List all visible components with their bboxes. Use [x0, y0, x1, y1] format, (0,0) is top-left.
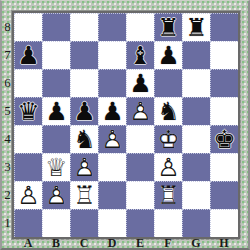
square-d8[interactable] [98, 13, 126, 41]
black-bishop-e7[interactable]: ♝ [127, 42, 154, 69]
square-b2[interactable]: ♟♙ [42, 181, 70, 209]
black-pawn-f7[interactable]: ♟ [155, 42, 182, 69]
square-c7[interactable] [70, 41, 98, 69]
file-label-h: H [210, 237, 238, 249]
square-g6[interactable] [182, 69, 210, 97]
square-d4[interactable]: ♟♙ [98, 125, 126, 153]
square-c4[interactable]: ♞ [70, 125, 98, 153]
square-c8[interactable] [70, 13, 98, 41]
file-label-g: G [182, 237, 210, 249]
square-b4[interactable] [42, 125, 70, 153]
square-h2[interactable] [210, 181, 238, 209]
white-pawn-a2[interactable]: ♟♙ [15, 182, 42, 209]
white-pawn-c3[interactable]: ♟♙ [71, 154, 98, 181]
white-pawn-e5[interactable]: ♟♙ [127, 98, 154, 125]
black-pawn-e6[interactable]: ♟ [127, 70, 154, 97]
square-e1[interactable] [126, 209, 154, 237]
square-a7[interactable]: ♟ [14, 41, 42, 69]
square-e4[interactable] [126, 125, 154, 153]
black-rook-g8[interactable]: ♜ [183, 14, 210, 41]
square-f7[interactable]: ♟ [154, 41, 182, 69]
square-b1[interactable] [42, 209, 70, 237]
square-e7[interactable]: ♝ [126, 41, 154, 69]
square-g8[interactable]: ♜ [182, 13, 210, 41]
file-label-f: F [154, 237, 182, 249]
square-h7[interactable] [210, 41, 238, 69]
chess-board: ♜♜♟♝♟♟♛♟♟♟♟♙♞♞♟♙♚♔♚♛♕♟♙♟♙♟♙♟♙♜♖♜♖ [12, 11, 240, 239]
white-king-f4[interactable]: ♚♔ [155, 126, 182, 153]
square-b8[interactable] [42, 13, 70, 41]
square-b3[interactable]: ♛♕ [42, 153, 70, 181]
black-rook-f8[interactable]: ♜ [155, 14, 182, 41]
square-f8[interactable]: ♜ [154, 13, 182, 41]
square-f2[interactable]: ♜♖ [154, 181, 182, 209]
square-g7[interactable] [182, 41, 210, 69]
square-g4[interactable] [182, 125, 210, 153]
square-f5[interactable]: ♞ [154, 97, 182, 125]
file-label-d: D [98, 237, 126, 249]
square-d3[interactable] [98, 153, 126, 181]
file-label-a: A [14, 237, 42, 249]
square-e8[interactable] [126, 13, 154, 41]
black-king-h4[interactable]: ♚ [211, 126, 238, 153]
square-d6[interactable] [98, 69, 126, 97]
square-h3[interactable] [210, 153, 238, 181]
square-d7[interactable] [98, 41, 126, 69]
black-pawn-a7[interactable]: ♟ [15, 42, 42, 69]
square-c6[interactable] [70, 69, 98, 97]
white-pawn-f3[interactable]: ♟♙ [155, 154, 182, 181]
square-f4[interactable]: ♚♔ [154, 125, 182, 153]
square-g5[interactable] [182, 97, 210, 125]
square-a8[interactable] [14, 13, 42, 41]
square-g1[interactable] [182, 209, 210, 237]
square-c1[interactable] [70, 209, 98, 237]
file-label-e: E [126, 237, 154, 249]
square-a6[interactable] [14, 69, 42, 97]
square-e2[interactable] [126, 181, 154, 209]
white-rook-f2[interactable]: ♜♖ [155, 182, 182, 209]
square-f3[interactable]: ♟♙ [154, 153, 182, 181]
square-h8[interactable] [210, 13, 238, 41]
black-knight-f5[interactable]: ♞ [155, 98, 182, 125]
white-queen-b3[interactable]: ♛♕ [43, 154, 70, 181]
black-pawn-b5[interactable]: ♟ [43, 98, 70, 125]
square-h1[interactable] [210, 209, 238, 237]
square-a1[interactable] [14, 209, 42, 237]
square-d5[interactable]: ♟ [98, 97, 126, 125]
square-d1[interactable] [98, 209, 126, 237]
square-g2[interactable] [182, 181, 210, 209]
file-label-b: B [42, 237, 70, 249]
white-rook-c2[interactable]: ♜♖ [71, 182, 98, 209]
square-a3[interactable] [14, 153, 42, 181]
black-pawn-c5[interactable]: ♟ [71, 98, 98, 125]
square-e6[interactable]: ♟ [126, 69, 154, 97]
square-f1[interactable] [154, 209, 182, 237]
chess-diagram: 87654321 ♜♜♟♝♟♟♛♟♟♟♟♙♞♞♟♙♚♔♚♛♕♟♙♟♙♟♙♟♙♜♖… [0, 0, 250, 250]
square-c5[interactable]: ♟ [70, 97, 98, 125]
square-g3[interactable] [182, 153, 210, 181]
square-h5[interactable] [210, 97, 238, 125]
square-b7[interactable] [42, 41, 70, 69]
black-queen-a5[interactable]: ♛ [15, 98, 42, 125]
file-label-c: C [70, 237, 98, 249]
square-a4[interactable] [14, 125, 42, 153]
square-f6[interactable] [154, 69, 182, 97]
square-b5[interactable]: ♟ [42, 97, 70, 125]
square-h6[interactable] [210, 69, 238, 97]
square-c2[interactable]: ♜♖ [70, 181, 98, 209]
square-b6[interactable] [42, 69, 70, 97]
square-h4[interactable]: ♚ [210, 125, 238, 153]
black-pawn-d5[interactable]: ♟ [99, 98, 126, 125]
square-d2[interactable] [98, 181, 126, 209]
square-a5[interactable]: ♛ [14, 97, 42, 125]
square-a2[interactable]: ♟♙ [14, 181, 42, 209]
black-knight-c4[interactable]: ♞ [71, 126, 98, 153]
white-pawn-b2[interactable]: ♟♙ [43, 182, 70, 209]
square-c3[interactable]: ♟♙ [70, 153, 98, 181]
square-e3[interactable] [126, 153, 154, 181]
square-e5[interactable]: ♟♙ [126, 97, 154, 125]
white-pawn-d4[interactable]: ♟♙ [99, 126, 126, 153]
